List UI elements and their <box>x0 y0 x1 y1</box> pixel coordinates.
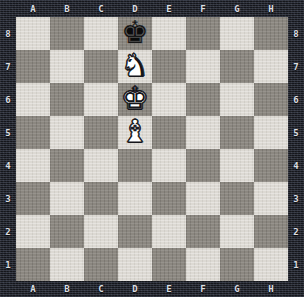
square-c3[interactable] <box>84 182 118 215</box>
square-h1[interactable] <box>254 248 288 281</box>
square-h5[interactable] <box>254 116 288 149</box>
square-e7[interactable] <box>152 50 186 83</box>
rank-label-right-6: 6 <box>288 83 304 116</box>
square-a3[interactable] <box>16 182 50 215</box>
file-label-top-a: A <box>16 0 50 17</box>
square-d1[interactable] <box>118 248 152 281</box>
square-g8[interactable] <box>220 17 254 50</box>
piece-white-king[interactable]: ♚ <box>121 83 149 114</box>
square-a7[interactable] <box>16 50 50 83</box>
rank-label-left-7: 7 <box>0 50 16 83</box>
square-d5[interactable]: ♝ <box>118 116 152 149</box>
file-label-bottom-b: B <box>50 281 84 297</box>
square-a1[interactable] <box>16 248 50 281</box>
square-f2[interactable] <box>186 215 220 248</box>
square-a6[interactable] <box>16 83 50 116</box>
piece-white-bishop[interactable]: ♝ <box>121 116 149 147</box>
chess-diagram: ABCDEFGH 87654321 ♚♞♚♝ 87654321 ABCDEFGH <box>0 0 304 297</box>
file-label-bottom-c: C <box>84 281 118 297</box>
square-d4[interactable] <box>118 149 152 182</box>
file-labels-top: ABCDEFGH <box>16 0 288 17</box>
square-e4[interactable] <box>152 149 186 182</box>
square-h6[interactable] <box>254 83 288 116</box>
file-label-bottom-a: A <box>16 281 50 297</box>
square-g7[interactable] <box>220 50 254 83</box>
rank-label-left-5: 5 <box>0 116 16 149</box>
square-e2[interactable] <box>152 215 186 248</box>
square-c8[interactable] <box>84 17 118 50</box>
square-g5[interactable] <box>220 116 254 149</box>
square-a5[interactable] <box>16 116 50 149</box>
square-f4[interactable] <box>186 149 220 182</box>
square-e3[interactable] <box>152 182 186 215</box>
file-label-bottom-d: D <box>118 281 152 297</box>
square-d6[interactable]: ♚ <box>118 83 152 116</box>
square-d7[interactable]: ♞ <box>118 50 152 83</box>
square-c4[interactable] <box>84 149 118 182</box>
square-f8[interactable] <box>186 17 220 50</box>
square-f7[interactable] <box>186 50 220 83</box>
file-label-bottom-f: F <box>186 281 220 297</box>
square-e8[interactable] <box>152 17 186 50</box>
square-a4[interactable] <box>16 149 50 182</box>
square-a2[interactable] <box>16 215 50 248</box>
square-e6[interactable] <box>152 83 186 116</box>
file-label-top-e: E <box>152 0 186 17</box>
square-g2[interactable] <box>220 215 254 248</box>
square-c5[interactable] <box>84 116 118 149</box>
file-label-top-c: C <box>84 0 118 17</box>
rank-label-left-3: 3 <box>0 182 16 215</box>
file-label-bottom-e: E <box>152 281 186 297</box>
square-c6[interactable] <box>84 83 118 116</box>
square-h3[interactable] <box>254 182 288 215</box>
rank-label-left-4: 4 <box>0 149 16 182</box>
square-h4[interactable] <box>254 149 288 182</box>
file-label-top-h: H <box>254 0 288 17</box>
square-f5[interactable] <box>186 116 220 149</box>
rank-label-right-4: 4 <box>288 149 304 182</box>
file-label-top-b: B <box>50 0 84 17</box>
square-g3[interactable] <box>220 182 254 215</box>
rank-label-right-3: 3 <box>288 182 304 215</box>
square-b6[interactable] <box>50 83 84 116</box>
rank-label-left-2: 2 <box>0 215 16 248</box>
piece-white-knight[interactable]: ♞ <box>121 50 149 81</box>
square-b1[interactable] <box>50 248 84 281</box>
rank-label-right-8: 8 <box>288 17 304 50</box>
square-g6[interactable] <box>220 83 254 116</box>
square-h2[interactable] <box>254 215 288 248</box>
rank-label-right-7: 7 <box>288 50 304 83</box>
file-label-bottom-g: G <box>220 281 254 297</box>
square-g4[interactable] <box>220 149 254 182</box>
square-c1[interactable] <box>84 248 118 281</box>
rank-labels-left: 87654321 <box>0 17 16 281</box>
rank-label-left-1: 1 <box>0 248 16 281</box>
rank-label-right-5: 5 <box>288 116 304 149</box>
file-label-bottom-h: H <box>254 281 288 297</box>
square-g1[interactable] <box>220 248 254 281</box>
square-b3[interactable] <box>50 182 84 215</box>
square-b8[interactable] <box>50 17 84 50</box>
square-h7[interactable] <box>254 50 288 83</box>
file-labels-bottom: ABCDEFGH <box>16 281 288 297</box>
square-f6[interactable] <box>186 83 220 116</box>
rank-label-right-1: 1 <box>288 248 304 281</box>
square-b2[interactable] <box>50 215 84 248</box>
rank-labels-right: 87654321 <box>288 17 304 281</box>
square-d2[interactable] <box>118 215 152 248</box>
square-c2[interactable] <box>84 215 118 248</box>
piece-black-king[interactable]: ♚ <box>121 17 149 48</box>
square-f3[interactable] <box>186 182 220 215</box>
square-b7[interactable] <box>50 50 84 83</box>
square-f1[interactable] <box>186 248 220 281</box>
square-e1[interactable] <box>152 248 186 281</box>
square-h8[interactable] <box>254 17 288 50</box>
square-d8[interactable]: ♚ <box>118 17 152 50</box>
file-label-top-f: F <box>186 0 220 17</box>
square-b5[interactable] <box>50 116 84 149</box>
square-a8[interactable] <box>16 17 50 50</box>
board-grid: ♚♞♚♝ <box>16 17 288 281</box>
file-label-top-g: G <box>220 0 254 17</box>
rank-label-left-6: 6 <box>0 83 16 116</box>
square-e5[interactable] <box>152 116 186 149</box>
rank-label-left-8: 8 <box>0 17 16 50</box>
square-d3[interactable] <box>118 182 152 215</box>
square-c7[interactable] <box>84 50 118 83</box>
square-b4[interactable] <box>50 149 84 182</box>
rank-label-right-2: 2 <box>288 215 304 248</box>
